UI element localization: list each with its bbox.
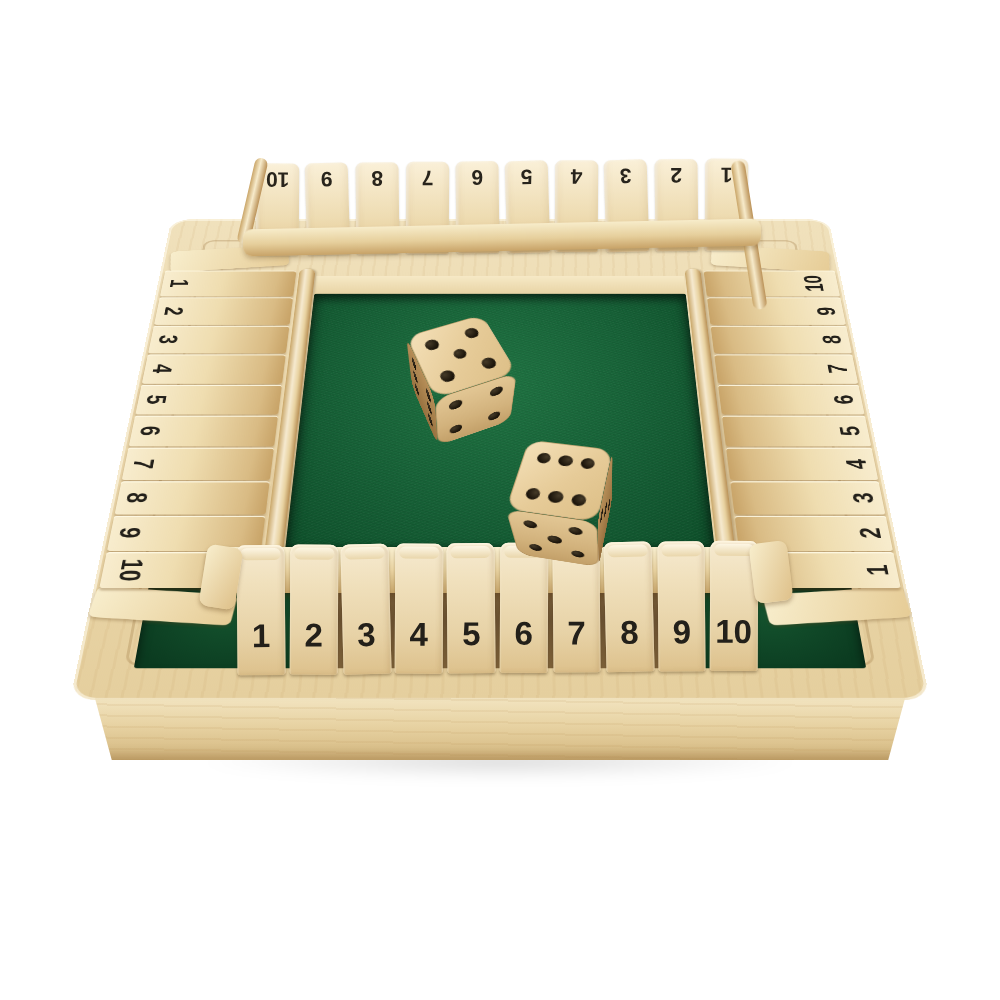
- rail-cap-right: [748, 540, 793, 604]
- tile-south-6[interactable]: 6: [500, 543, 548, 673]
- tile-number: 4: [148, 364, 177, 373]
- tile-south-3[interactable]: 3: [341, 544, 392, 675]
- tile-number: 8: [818, 335, 846, 344]
- tile-number: 3: [848, 493, 879, 504]
- tile-number: 2: [160, 307, 188, 316]
- tile-row-south: 12345678910: [236, 541, 758, 676]
- tile-south-8[interactable]: 8: [604, 541, 655, 672]
- tile-east-3[interactable]: 3: [730, 481, 885, 514]
- tile-east-9[interactable]: 9: [707, 298, 846, 325]
- tile-number: 7: [823, 364, 852, 373]
- tile-west-7[interactable]: 7: [122, 448, 274, 480]
- tile-east-10[interactable]: 10: [704, 271, 840, 297]
- die-pip: [524, 540, 547, 554]
- tile-west-6[interactable]: 6: [129, 416, 278, 447]
- tile-number: 10: [114, 558, 148, 581]
- tile-number: 9: [672, 613, 691, 651]
- tile-west-2[interactable]: 2: [154, 298, 293, 325]
- tile-west-4[interactable]: 4: [142, 355, 286, 384]
- tile-number: 9: [114, 528, 146, 539]
- tile-east-6[interactable]: 6: [718, 385, 865, 415]
- tile-number: 1: [861, 564, 893, 575]
- tile-number: 10: [799, 275, 828, 291]
- tile-number: 4: [556, 164, 599, 188]
- tile-west-1[interactable]: 1: [160, 271, 296, 297]
- tile-number: 3: [604, 163, 648, 188]
- tile-east-5[interactable]: 5: [722, 416, 871, 447]
- tile-east-8[interactable]: 8: [711, 326, 852, 354]
- shut-the-box-scene: 12345678910 10987654321 10987654321 1234…: [0, 0, 1000, 1000]
- die-pip-grid: [419, 323, 503, 387]
- pit-inner-wall: [314, 276, 686, 295]
- tile-number: 4: [409, 616, 428, 654]
- tile-number: 3: [357, 616, 376, 654]
- tile-west-3[interactable]: 3: [148, 326, 289, 354]
- die-cube: [420, 342, 499, 415]
- tile-south-2[interactable]: 2: [289, 544, 337, 674]
- die-2[interactable]: [517, 457, 611, 551]
- tile-south-4[interactable]: 4: [394, 544, 442, 674]
- tile-south-9[interactable]: 9: [657, 541, 706, 671]
- die-cube: [518, 473, 606, 532]
- tile-south-5[interactable]: 5: [447, 543, 496, 673]
- tile-number: 8: [121, 493, 152, 504]
- tile-number: 7: [567, 614, 586, 652]
- tile-number: 9: [305, 166, 349, 191]
- tile-number: 6: [135, 426, 165, 436]
- tile-number: 2: [854, 528, 886, 539]
- tile-number: 3: [154, 335, 182, 344]
- tile-number: 5: [142, 395, 171, 404]
- tile-number: 7: [406, 166, 449, 190]
- die-pip: [566, 547, 588, 561]
- tile-west-8[interactable]: 8: [115, 481, 270, 514]
- tile-number: 6: [829, 395, 858, 404]
- tile-number: 2: [304, 617, 323, 655]
- tile-number: 5: [835, 426, 865, 436]
- tile-number: 5: [462, 615, 481, 653]
- die-pip-grid: [518, 517, 589, 561]
- tile-number: 1: [166, 279, 193, 287]
- tile-number: 5: [504, 164, 548, 189]
- die-pip: [565, 489, 593, 511]
- tile-east-7[interactable]: 7: [714, 355, 858, 384]
- tile-number: 6: [514, 615, 533, 653]
- tile-number: 4: [841, 459, 871, 469]
- tile-east-4[interactable]: 4: [726, 448, 878, 480]
- tile-number: 9: [812, 307, 840, 316]
- die-1[interactable]: [420, 340, 500, 420]
- die-pip-slot: [545, 544, 568, 558]
- tile-number: 10: [716, 613, 753, 651]
- tile-number: 7: [128, 459, 158, 469]
- tile-number: 2: [655, 163, 698, 187]
- tile-south-1[interactable]: 1: [236, 545, 285, 675]
- tile-number: 6: [455, 165, 498, 189]
- tile-number: 8: [355, 166, 398, 190]
- board-front-face: [78, 698, 922, 760]
- tile-number: 8: [620, 614, 639, 652]
- die-pip-grid: [519, 449, 600, 512]
- tile-number: 1: [252, 617, 271, 655]
- tile-west-5[interactable]: 5: [135, 385, 282, 415]
